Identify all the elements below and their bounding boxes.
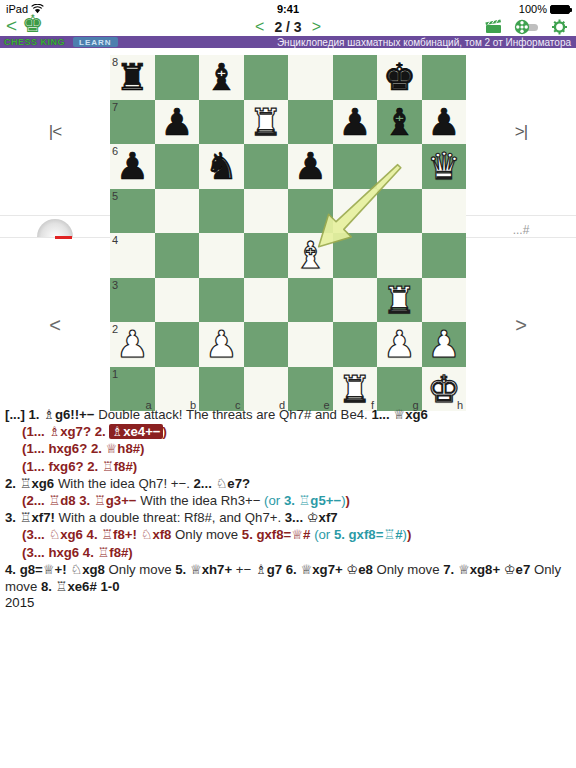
move-text[interactable]: 5. ♕xh7+ [175,562,236,577]
square-e4[interactable]: ♝ [288,233,333,278]
move-text[interactable]: ) [407,527,411,542]
game-year: 2015 [5,595,34,610]
square-d7[interactable]: ♜ [244,100,289,145]
piece-black-pawn-h7[interactable]: ♟ [422,100,467,145]
square-a5[interactable]: 5 [110,189,155,234]
square-c1[interactable]: c [199,367,244,412]
square-c7[interactable] [199,100,244,145]
move-text[interactable]: (1... ♗xg7? 2. [22,424,109,439]
prev-page-button[interactable]: < [245,18,274,35]
square-h6[interactable]: ♛ [422,144,467,189]
coord-rank-4: 4 [112,234,118,246]
square-c6[interactable]: ♞ [199,144,244,189]
square-f2[interactable] [333,322,378,367]
course-banner: CHESS KING LEARN Энциклопедия шахматных … [0,36,576,48]
next-move-button[interactable]: > [501,314,541,337]
square-d4[interactable] [244,233,289,278]
move-text[interactable]: (3... ♘xg6 4. ♖f8+! ♘xf8 [22,527,175,542]
square-e3[interactable] [288,278,333,323]
square-a4[interactable]: 4 [110,233,155,278]
piece-white-pawn-a2[interactable]: ♟ [110,322,155,367]
coord-rank-7: 7 [112,101,118,113]
brand-label: CHESS KING [4,37,65,47]
film-reel-toggle-icon[interactable] [514,19,540,35]
piece-white-pawn-c2[interactable]: ♟ [199,322,244,367]
square-e6[interactable]: ♟ [288,144,333,189]
annotation-line-7: 3. ♖xf7! With a double threat: Rf8#, and… [5,509,571,526]
square-h3[interactable] [422,278,467,323]
square-c3[interactable] [199,278,244,323]
move-text[interactable]: ) [346,493,350,508]
piece-white-pawn-g2[interactable]: ♟ [377,322,422,367]
square-g7[interactable]: ♝ [377,100,422,145]
move-text[interactable]: (1... fxg6? 2. ♖f8#) [22,459,137,474]
square-a2[interactable]: 2♟ [110,322,155,367]
go-to-start-button[interactable]: |< [35,122,75,142]
square-c8[interactable]: ♝ [199,55,244,100]
square-a7[interactable]: 7 [110,100,155,145]
chess-board: 8♜♝♚7♟♜♟♝♟6♟♞♟♛54♝3♜2♟♟♟♟1abcdef♜gh♚ [110,55,466,411]
square-e8[interactable] [288,55,333,100]
piece-white-rook-f1[interactable]: ♜ [333,367,378,412]
annotation-line-1: [...] 1. ♗g6!!+− Double attack! The thre… [5,406,571,423]
square-d2[interactable] [244,322,289,367]
square-c5[interactable] [199,189,244,234]
square-b8[interactable] [155,55,200,100]
annotation-line-3: (1... hxg6? 2. ♕h8#) [5,440,571,457]
move-text[interactable]: 3. ♖xf7! [5,510,59,525]
square-g3[interactable]: ♜ [377,278,422,323]
piece-white-rook-d7[interactable]: ♜ [244,100,289,145]
coord-rank-3: 3 [112,279,118,291]
next-page-button[interactable]: > [302,18,331,35]
square-b5[interactable] [155,189,200,234]
annotation-line-6: (2... ♖d8 3. ♖g3+− With the idea Rh3+− (… [5,492,571,509]
move-text[interactable]: 5. gxf8=♖# [334,527,403,542]
mate-hint-label: ...# [501,223,541,237]
divider-right-top [466,215,576,216]
piece-black-rook-a8[interactable]: ♜ [110,55,155,100]
square-d6[interactable] [244,144,289,189]
comment-text: Double attack! The threats are Qh7# and … [98,407,371,422]
square-e1[interactable]: e [288,367,333,412]
app-screen: iPad 9:41 100% < ♚ <2 / 3> [0,0,576,768]
square-b6[interactable] [155,144,200,189]
coord-rank-5: 5 [112,190,118,202]
square-b2[interactable] [155,322,200,367]
square-a8[interactable]: 8♜ [110,55,155,100]
move-text[interactable]: 4. g8=♕+! ♘xg8 [5,562,109,577]
move-text[interactable]: 2... ♘e7? [194,476,251,491]
comment-text: (or [264,493,284,508]
move-text[interactable]: 5. gxf8=♕# [242,527,314,542]
square-b7[interactable]: ♟ [155,100,200,145]
coord-rank-1: 1 [112,368,118,380]
move-text[interactable]: ) [163,424,167,439]
square-f3[interactable] [333,278,378,323]
square-f6[interactable] [333,144,378,189]
square-f5[interactable] [333,189,378,234]
square-g1[interactable]: g [377,367,422,412]
nav-bar: < ♚ <2 / 3> [0,18,576,36]
battery-icon [550,5,570,14]
move-text[interactable]: 8. ♖xe6# 1-0 [41,579,120,594]
course-title: Энциклопедия шахматных комбинаций, том 2… [277,37,571,48]
square-b4[interactable] [155,233,200,278]
comment-text: Only move [377,562,444,577]
square-b3[interactable] [155,278,200,323]
piece-white-king-h1[interactable]: ♚ [422,367,467,412]
settings-gear-icon[interactable] [551,19,568,35]
comment-text: Only move [109,562,176,577]
move-text[interactable]: (2... ♖d8 3. ♖g3+− [22,493,140,508]
piece-black-pawn-b7[interactable]: ♟ [155,100,200,145]
evaluation-gauge [37,219,73,237]
square-f4[interactable] [333,233,378,278]
square-g5[interactable] [377,189,422,234]
piece-white-pawn-h2[interactable]: ♟ [422,322,467,367]
square-g4[interactable] [377,233,422,278]
prev-move-button[interactable]: < [35,314,75,337]
clock: 9:41 [0,3,576,15]
square-f1[interactable]: f♜ [333,367,378,412]
square-a1[interactable]: 1a [110,367,155,412]
move-text[interactable]: (3... hxg6 4. ♖f8#) [22,545,133,560]
comment-text: With a double threat: Rf8#, and Qh7+. [59,510,285,525]
annotation: [...] 1. ♗g6!!+− Double attack! The thre… [5,406,571,595]
clapperboard-icon[interactable] [485,19,503,35]
square-a6[interactable]: 6♟ [110,144,155,189]
annotation-line-9: (3... hxg6 4. ♖f8#) [5,544,571,561]
square-d3[interactable] [244,278,289,323]
square-e7[interactable] [288,100,333,145]
square-a3[interactable]: 3 [110,278,155,323]
square-g8[interactable]: ♚ [377,55,422,100]
square-h5[interactable] [422,189,467,234]
page-indicator: 2 / 3 [274,19,301,35]
square-h7[interactable]: ♟ [422,100,467,145]
divider-left-top [0,215,110,216]
piece-white-bishop-e4[interactable]: ♝ [288,233,333,278]
move-text[interactable]: 3... ♔xf7 [285,510,338,525]
square-d5[interactable] [244,189,289,234]
move-text[interactable]: 3. ♖g5+− [284,493,341,508]
piece-white-rook-g3[interactable]: ♜ [377,278,422,323]
status-bar: iPad 9:41 100% [0,0,576,18]
piece-white-queen-h6[interactable]: ♛ [422,144,467,189]
square-h1[interactable]: h♚ [422,367,467,412]
move-text[interactable]: [...] 1. ♗g6!!+− [5,407,98,422]
current-move[interactable]: ♗xe4+− [109,424,162,439]
board-container: 8♜♝♚7♟♜♟♝♟6♟♞♟♛54♝3♜2♟♟♟♟1abcdef♜gh♚ [110,55,466,411]
square-d8[interactable] [244,55,289,100]
piece-black-knight-c6[interactable]: ♞ [199,144,244,189]
square-e2[interactable] [288,322,333,367]
comment-text: +− [236,562,255,577]
move-text[interactable]: ♗g7 6. ♕xg7+ ♔e8 [255,562,377,577]
square-c4[interactable] [199,233,244,278]
move-text[interactable]: 2. ♖xg6 [5,476,58,491]
square-f7[interactable]: ♟ [333,100,378,145]
square-h2[interactable]: ♟ [422,322,467,367]
annotation-line-5: 2. ♖xg6 With the idea Qh7! +−. 2... ♘e7? [5,475,571,492]
annotation-line-10: 4. g8=♕+! ♘xg8 Only move 5. ♕xh7+ +− ♗g7… [5,561,571,595]
comment-text: With the idea Qh7! +−. [58,476,194,491]
square-d1[interactable]: d [244,367,289,412]
piece-black-pawn-a6[interactable]: ♟ [110,144,155,189]
comment-text: (or [314,527,334,542]
piece-black-bishop-g7[interactable]: ♝ [377,100,422,145]
piece-black-pawn-e6[interactable]: ♟ [288,144,333,189]
square-h4[interactable] [422,233,467,278]
square-f8[interactable] [333,55,378,100]
square-h8[interactable] [422,55,467,100]
square-g6[interactable] [377,144,422,189]
piece-black-king-g8[interactable]: ♚ [377,55,422,100]
comment-text: With the idea Rh3+− [140,493,264,508]
move-text[interactable]: 1... ♕xg6 [371,407,428,422]
annotation-line-8: (3... ♘xg6 4. ♖f8+! ♘xf8 Only move 5. gx… [5,526,571,543]
battery-percent: 100% [519,3,547,15]
annotation-line-4: (1... fxg6? 2. ♖f8#) [5,458,571,475]
evaluation-gauge-red-arc [55,236,72,239]
learn-badge: LEARN [73,37,118,47]
piece-black-pawn-f7[interactable]: ♟ [333,100,378,145]
square-b1[interactable]: b [155,367,200,412]
move-text[interactable]: (1... hxg6? 2. ♕h8#) [22,441,144,456]
piece-black-bishop-c8[interactable]: ♝ [199,55,244,100]
square-g2[interactable]: ♟ [377,322,422,367]
move-text[interactable]: 7. ♕xg8+ ♔e7 [443,562,534,577]
square-c2[interactable]: ♟ [199,322,244,367]
annotation-line-2: (1... ♗xg7? 2. ♗xe4+−) [5,423,571,440]
comment-text: Only move [175,527,242,542]
square-e5[interactable] [288,189,333,234]
go-to-end-button[interactable]: >| [501,122,541,142]
divider-right-bottom [466,237,576,238]
